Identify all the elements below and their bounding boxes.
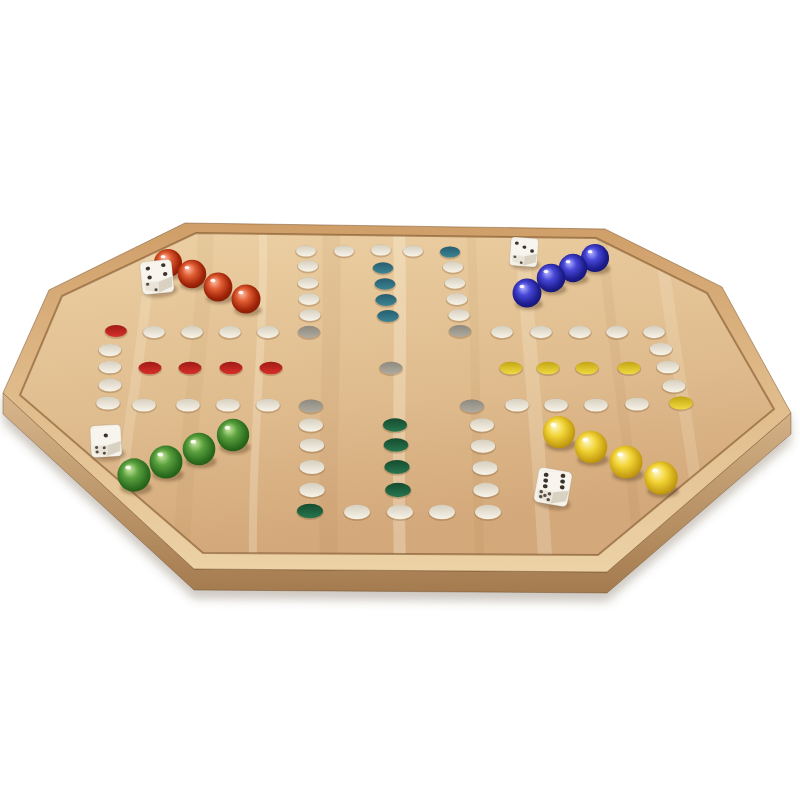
track-white-5	[297, 260, 319, 273]
track-white-11	[446, 293, 469, 307]
home-yellow-2	[536, 362, 560, 377]
track-white-42	[470, 439, 496, 455]
die-3[interactable]	[90, 424, 126, 462]
track-white-35	[583, 398, 608, 413]
track-white-17	[98, 344, 122, 358]
track-white-27	[568, 326, 591, 340]
track-white-46	[386, 505, 414, 521]
track-white-22	[175, 398, 200, 413]
track-white-33	[504, 398, 529, 413]
track-white-2	[333, 245, 355, 258]
entry-green-1	[296, 504, 324, 520]
track-white-37	[298, 418, 324, 433]
track-white-20	[95, 396, 120, 411]
track-white-32	[662, 380, 687, 395]
die-2[interactable]	[509, 237, 542, 272]
entry-yellow-1	[668, 396, 693, 411]
home-blue-2	[374, 278, 396, 291]
track-white-15	[218, 326, 241, 340]
track-white-24	[255, 398, 280, 413]
track-white-21	[131, 398, 156, 413]
home-yellow-4	[617, 362, 641, 377]
track-white-26	[529, 326, 552, 340]
aggravation-board	[0, 0, 800, 800]
track-white-40	[298, 483, 325, 499]
track-white-30	[649, 343, 673, 357]
track-white-48	[474, 505, 502, 521]
shortcut-gray-1	[297, 326, 320, 340]
track-white-39	[299, 460, 326, 476]
track-white-23	[215, 398, 240, 413]
track-white-8	[298, 309, 321, 323]
home-green-3	[384, 460, 411, 476]
home-red-2	[178, 362, 202, 377]
track-white-38	[299, 438, 325, 454]
home-yellow-1	[499, 362, 523, 377]
home-blue-4	[376, 310, 399, 324]
track-white-12	[447, 309, 470, 323]
shortcut-gray-4	[298, 399, 323, 414]
track-white-31	[656, 361, 680, 376]
track-white-4	[402, 245, 424, 258]
track-white-43	[472, 461, 499, 477]
track-white-16	[256, 326, 279, 340]
product-photo-canvas	[0, 0, 800, 800]
home-red-1	[138, 362, 162, 377]
track-white-45	[343, 505, 371, 521]
track-white-47	[428, 505, 456, 521]
entry-red-1	[104, 325, 127, 339]
track-white-6	[297, 277, 319, 290]
entry-blue-1	[439, 246, 461, 259]
track-white-3	[370, 244, 392, 257]
home-yellow-3	[575, 362, 599, 377]
track-white-14	[180, 326, 203, 340]
track-white-18	[98, 361, 122, 376]
track-white-41	[469, 418, 495, 433]
shortcut-gray-2	[448, 325, 471, 339]
home-blue-1	[372, 262, 394, 275]
shortcut-gray-3	[459, 399, 484, 414]
home-red-3	[219, 362, 243, 377]
home-green-4	[384, 483, 411, 499]
home-red-4	[259, 362, 283, 377]
track-white-7	[298, 293, 321, 307]
center-hole-1	[379, 362, 403, 377]
home-blue-3	[375, 294, 398, 308]
home-green-2	[383, 438, 409, 454]
track-white-29	[642, 326, 665, 340]
track-white-10	[444, 277, 466, 290]
track-white-19	[98, 379, 123, 394]
track-white-1	[295, 245, 317, 258]
track-white-13	[142, 326, 165, 340]
home-green-1	[382, 418, 408, 433]
track-white-34	[543, 398, 568, 413]
track-white-44	[472, 483, 499, 499]
track-white-28	[605, 326, 628, 340]
track-white-36	[624, 397, 649, 412]
track-white-25	[490, 326, 513, 340]
track-white-9	[442, 261, 464, 274]
